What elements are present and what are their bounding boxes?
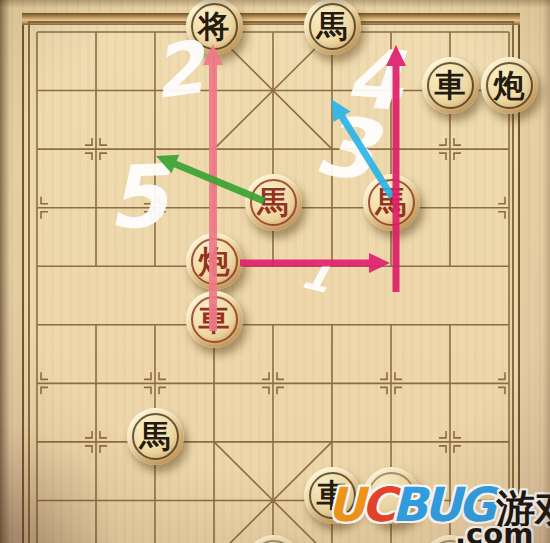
piece-obscured-piece[interactable]: [362, 471, 421, 530]
piece-black-horse-bottom[interactable]: 馬: [126, 413, 185, 472]
piece-black-chariot-bottom[interactable]: 車: [303, 471, 362, 530]
piece-character: 炮: [199, 246, 230, 277]
piece-cutoff-piece-right[interactable]: [421, 530, 480, 543]
piece-character: 車: [317, 480, 348, 511]
piece-character: 炮: [494, 70, 525, 101]
piece-character: 馬: [140, 421, 171, 452]
piece-black-horse-top[interactable]: 馬: [303, 3, 362, 62]
piece-character: 将: [199, 11, 230, 42]
piece-red-horse-right[interactable]: 馬: [362, 178, 421, 237]
xiangqi-board[interactable]: 将馬車炮馬馬炮車馬車: [8, 3, 539, 543]
piece-ring: [368, 472, 415, 519]
piece-red-cannon[interactable]: 炮: [185, 237, 244, 296]
piece-red-horse-left[interactable]: 馬: [244, 178, 303, 237]
piece-character: 馬: [258, 187, 289, 218]
piece-character: 馬: [376, 187, 407, 218]
piece-character: 車: [199, 304, 230, 335]
screenshot-root: 将馬車炮馬馬炮車馬車 24351 UCBUG 游戏网 .com: [0, 0, 550, 543]
piece-red-chariot[interactable]: 車: [185, 295, 244, 354]
piece-character: 車: [435, 70, 466, 101]
piece-black-cannon-right[interactable]: 炮: [480, 61, 539, 120]
piece-black-general[interactable]: 将: [185, 3, 244, 62]
piece-character: 馬: [317, 11, 348, 42]
piece-cutoff-piece-palace[interactable]: [244, 530, 303, 543]
piece-black-chariot-right[interactable]: 車: [421, 61, 480, 120]
